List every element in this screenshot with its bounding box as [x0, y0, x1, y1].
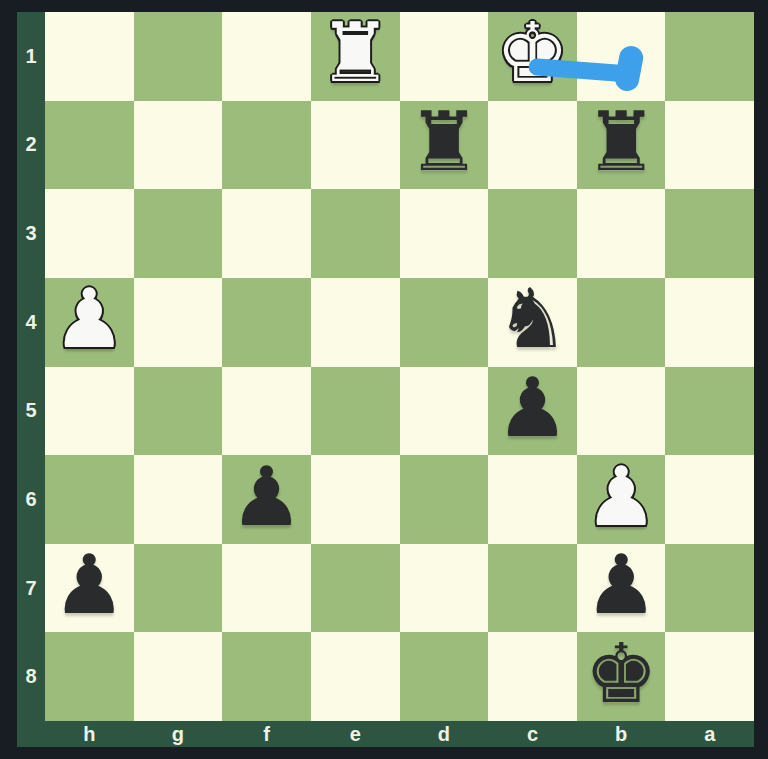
square-f2[interactable] [222, 101, 311, 190]
square-c6[interactable] [488, 455, 577, 544]
piece-wR-e1[interactable]: ♜ [318, 12, 392, 94]
square-a6[interactable] [665, 455, 754, 544]
rank-label-4: 4 [17, 278, 45, 367]
square-e4[interactable] [311, 278, 400, 367]
square-b4[interactable] [577, 278, 666, 367]
square-b3[interactable] [577, 189, 666, 278]
square-d2[interactable]: ♜ [400, 101, 489, 190]
rank-label-7: 7 [17, 544, 45, 633]
square-h5[interactable] [45, 367, 134, 456]
square-d5[interactable] [400, 367, 489, 456]
square-d8[interactable] [400, 632, 489, 721]
square-c7[interactable] [488, 544, 577, 633]
square-g5[interactable] [134, 367, 223, 456]
square-d4[interactable] [400, 278, 489, 367]
piece-bR-d2[interactable]: ♜ [407, 101, 481, 183]
square-b2[interactable]: ♜ [577, 101, 666, 190]
square-b5[interactable] [577, 367, 666, 456]
file-label-g: g [134, 721, 223, 747]
piece-bP-f6[interactable]: ♟ [230, 456, 304, 538]
square-h6[interactable] [45, 455, 134, 544]
square-b6[interactable]: ♟ [577, 455, 666, 544]
square-e7[interactable] [311, 544, 400, 633]
square-f3[interactable] [222, 189, 311, 278]
file-label-f: f [222, 721, 311, 747]
square-e5[interactable] [311, 367, 400, 456]
piece-bR-b2[interactable]: ♜ [584, 101, 658, 183]
square-g4[interactable] [134, 278, 223, 367]
file-label-c: c [488, 721, 577, 747]
piece-wP-h4[interactable]: ♟ [53, 278, 127, 360]
square-b1[interactable] [577, 12, 666, 101]
square-e1[interactable]: ♜ [311, 12, 400, 101]
piece-wK-c1[interactable]: ♚ [496, 12, 570, 94]
board-squares: ♜♚♜♜♟♞♟♟♟♟♟♚ [45, 12, 754, 721]
square-a8[interactable] [665, 632, 754, 721]
square-e2[interactable] [311, 101, 400, 190]
square-e3[interactable] [311, 189, 400, 278]
square-a1[interactable] [665, 12, 754, 101]
file-label-a: a [665, 721, 754, 747]
square-c3[interactable] [488, 189, 577, 278]
square-f8[interactable] [222, 632, 311, 721]
rank-label-6: 6 [17, 455, 45, 544]
square-f1[interactable] [222, 12, 311, 101]
rank-labels-strip: 12345678 [17, 12, 45, 721]
square-e6[interactable] [311, 455, 400, 544]
piece-bK-b8[interactable]: ♚ [584, 633, 658, 715]
rank-label-5: 5 [17, 367, 45, 456]
square-a4[interactable] [665, 278, 754, 367]
square-g1[interactable] [134, 12, 223, 101]
square-c8[interactable] [488, 632, 577, 721]
square-h3[interactable] [45, 189, 134, 278]
piece-bP-c5[interactable]: ♟ [496, 367, 570, 449]
square-h7[interactable]: ♟ [45, 544, 134, 633]
square-g8[interactable] [134, 632, 223, 721]
file-labels-strip: hgfedcba [17, 721, 754, 747]
square-a5[interactable] [665, 367, 754, 456]
square-d7[interactable] [400, 544, 489, 633]
rank-label-8: 8 [17, 632, 45, 721]
rank-label-1: 1 [17, 12, 45, 101]
rank-label-2: 2 [17, 101, 45, 190]
square-h2[interactable] [45, 101, 134, 190]
square-g2[interactable] [134, 101, 223, 190]
square-h1[interactable] [45, 12, 134, 101]
file-label-e: e [311, 721, 400, 747]
file-label-d: d [400, 721, 489, 747]
square-a3[interactable] [665, 189, 754, 278]
chess-board: 12345678 ♜♚♜♜♟♞♟♟♟♟♟♚ hgfedcba [17, 12, 754, 747]
square-f5[interactable] [222, 367, 311, 456]
file-label-h: h [45, 721, 134, 747]
square-e8[interactable] [311, 632, 400, 721]
square-b8[interactable]: ♚ [577, 632, 666, 721]
square-d6[interactable] [400, 455, 489, 544]
square-a7[interactable] [665, 544, 754, 633]
square-g7[interactable] [134, 544, 223, 633]
square-b7[interactable]: ♟ [577, 544, 666, 633]
piece-bP-h7[interactable]: ♟ [53, 544, 127, 626]
square-d3[interactable] [400, 189, 489, 278]
square-f6[interactable]: ♟ [222, 455, 311, 544]
piece-wP-b6[interactable]: ♟ [584, 456, 658, 538]
piece-bN-c4[interactable]: ♞ [496, 278, 570, 360]
square-c1[interactable]: ♚ [488, 12, 577, 101]
square-a2[interactable] [665, 101, 754, 190]
square-c2[interactable] [488, 101, 577, 190]
square-f7[interactable] [222, 544, 311, 633]
square-h8[interactable] [45, 632, 134, 721]
square-h4[interactable]: ♟ [45, 278, 134, 367]
file-label-b: b [577, 721, 666, 747]
square-d1[interactable] [400, 12, 489, 101]
square-f4[interactable] [222, 278, 311, 367]
piece-bP-b7[interactable]: ♟ [584, 544, 658, 626]
square-g6[interactable] [134, 455, 223, 544]
square-c4[interactable]: ♞ [488, 278, 577, 367]
square-c5[interactable]: ♟ [488, 367, 577, 456]
square-g3[interactable] [134, 189, 223, 278]
rank-label-3: 3 [17, 189, 45, 278]
page-background: 12345678 ♜♚♜♜♟♞♟♟♟♟♟♚ hgfedcba [0, 0, 768, 759]
corner-spacer [17, 721, 45, 747]
